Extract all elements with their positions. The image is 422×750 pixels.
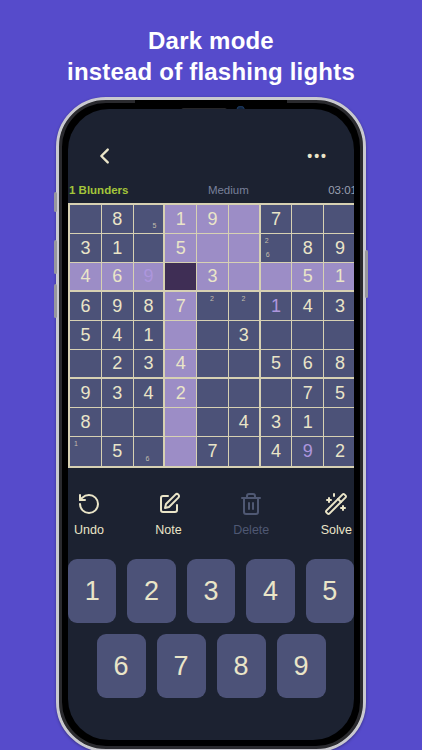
cell-r2c6[interactable] bbox=[229, 234, 261, 263]
cell-r6c5[interactable] bbox=[197, 350, 229, 379]
cell-r9c9[interactable]: 2 bbox=[324, 437, 354, 466]
cell-r1c1[interactable] bbox=[70, 205, 102, 234]
status-bar: 1 Blunders Medium 03:01 bbox=[68, 167, 354, 203]
cell-r7c3[interactable]: 4 bbox=[134, 379, 166, 408]
cell-r5c1[interactable]: 5 bbox=[70, 321, 102, 350]
cell-r5c2[interactable]: 4 bbox=[102, 321, 134, 350]
given-digit: 1 bbox=[112, 238, 122, 259]
chevron-left-icon bbox=[94, 145, 116, 167]
given-digit: 8 bbox=[112, 209, 122, 230]
solve-button[interactable]: Solve bbox=[321, 492, 352, 537]
difficulty-label: Medium bbox=[208, 184, 249, 196]
delete-label: Delete bbox=[233, 523, 269, 537]
cell-r3c5[interactable]: 3 bbox=[197, 263, 229, 292]
given-digit: 4 bbox=[303, 296, 313, 317]
cell-r8c7[interactable]: 3 bbox=[261, 408, 293, 437]
given-digit: 3 bbox=[239, 325, 249, 346]
given-digit: 6 bbox=[80, 296, 90, 317]
cell-r3c2[interactable]: 6 bbox=[102, 263, 134, 292]
given-digit: 7 bbox=[176, 296, 186, 317]
cell-r3c9[interactable]: 1 bbox=[324, 263, 354, 292]
trash-icon bbox=[239, 492, 263, 516]
cell-r1c7[interactable]: 7 bbox=[261, 205, 293, 234]
given-digit: 4 bbox=[271, 441, 281, 462]
cell-r7c7[interactable] bbox=[261, 379, 293, 408]
cell-r6c9[interactable]: 8 bbox=[324, 350, 354, 379]
given-digit: 4 bbox=[239, 412, 249, 433]
cell-r1c9[interactable] bbox=[324, 205, 354, 234]
numpad-row-2: 6789 bbox=[68, 634, 354, 698]
given-digit: 3 bbox=[112, 383, 122, 404]
cell-r2c3[interactable] bbox=[134, 234, 166, 263]
cell-r6c7[interactable]: 5 bbox=[261, 350, 293, 379]
cell-r2c5[interactable] bbox=[197, 234, 229, 263]
cell-r7c8[interactable]: 7 bbox=[292, 379, 324, 408]
note-button[interactable]: Note bbox=[155, 492, 181, 537]
cell-r6c4[interactable]: 4 bbox=[165, 350, 197, 379]
volume-down-button bbox=[54, 284, 57, 318]
cell-r4c1[interactable]: 6 bbox=[70, 292, 102, 321]
pencil-note: 1 bbox=[74, 440, 78, 447]
more-menu-icon[interactable]: ••• bbox=[307, 148, 328, 164]
cell-r4c4[interactable]: 7 bbox=[165, 292, 197, 321]
cell-r1c6[interactable] bbox=[229, 205, 261, 234]
cell-r3c7[interactable] bbox=[261, 263, 293, 292]
given-digit: 6 bbox=[303, 353, 313, 374]
given-digit: 4 bbox=[112, 325, 122, 346]
given-digit: 6 bbox=[112, 266, 122, 287]
undo-button[interactable]: Undo bbox=[74, 492, 104, 537]
cell-r5c4[interactable] bbox=[165, 321, 197, 350]
given-digit: 5 bbox=[303, 266, 313, 287]
given-digit: 3 bbox=[335, 296, 345, 317]
sudoku-grid: 8519731526894693516987221435413234568934… bbox=[68, 203, 354, 468]
user-digit: 9 bbox=[303, 441, 313, 462]
cell-r6c8[interactable]: 6 bbox=[292, 350, 324, 379]
given-digit: 8 bbox=[80, 412, 90, 433]
pencil-note: 6 bbox=[145, 455, 149, 462]
cell-r2c7[interactable]: 26 bbox=[261, 234, 293, 263]
solve-label: Solve bbox=[321, 523, 352, 537]
cell-r7c1[interactable]: 9 bbox=[70, 379, 102, 408]
cell-r1c8[interactable] bbox=[292, 205, 324, 234]
given-digit: 3 bbox=[271, 412, 281, 433]
numpad-key-7[interactable]: 7 bbox=[157, 634, 206, 698]
cell-r9c2[interactable]: 5 bbox=[102, 437, 134, 466]
cell-r2c4[interactable]: 5 bbox=[165, 234, 197, 263]
cell-r4c8[interactable]: 4 bbox=[292, 292, 324, 321]
cell-r5c6[interactable]: 3 bbox=[229, 321, 261, 350]
cell-r6c6[interactable] bbox=[229, 350, 261, 379]
given-digit: 7 bbox=[271, 209, 281, 230]
cell-r3c4[interactable] bbox=[165, 263, 197, 292]
cell-r7c4[interactable]: 2 bbox=[165, 379, 197, 408]
given-digit: 7 bbox=[207, 441, 217, 462]
cell-r7c2[interactable]: 3 bbox=[102, 379, 134, 408]
caption-line2: instead of flashing lights bbox=[0, 57, 422, 88]
given-digit: 5 bbox=[112, 441, 122, 462]
numpad-key-3[interactable]: 3 bbox=[187, 559, 235, 623]
given-digit: 9 bbox=[112, 296, 122, 317]
cell-r1c3[interactable]: 5 bbox=[134, 205, 166, 234]
cell-r4c3[interactable]: 8 bbox=[134, 292, 166, 321]
cell-r4c7[interactable]: 1 bbox=[261, 292, 293, 321]
cell-r8c4[interactable] bbox=[165, 408, 197, 437]
cell-r5c3[interactable]: 1 bbox=[134, 321, 166, 350]
given-digit: 9 bbox=[207, 209, 217, 230]
given-digit: 8 bbox=[303, 238, 313, 259]
given-digit: 9 bbox=[335, 238, 345, 259]
cell-r3c8[interactable]: 5 bbox=[292, 263, 324, 292]
given-digit: 2 bbox=[112, 353, 122, 374]
given-digit: 1 bbox=[335, 266, 345, 287]
undo-icon bbox=[77, 492, 101, 516]
cell-r4c5[interactable]: 2 bbox=[197, 292, 229, 321]
cell-r5c8[interactable] bbox=[292, 321, 324, 350]
magic-wand-icon bbox=[324, 492, 348, 516]
given-digit: 9 bbox=[80, 383, 90, 404]
numpad-key-8[interactable]: 8 bbox=[217, 634, 266, 698]
pencil-note: 5 bbox=[152, 222, 156, 229]
cell-r4c6[interactable]: 2 bbox=[229, 292, 261, 321]
cell-r4c2[interactable]: 9 bbox=[102, 292, 134, 321]
caption-line1: Dark mode bbox=[0, 26, 422, 57]
given-digit: 7 bbox=[303, 383, 313, 404]
undo-label: Undo bbox=[74, 523, 104, 537]
nav-bar: ••• bbox=[68, 109, 354, 167]
numpad-key-9[interactable]: 9 bbox=[277, 634, 326, 698]
cell-r6c1[interactable] bbox=[70, 350, 102, 379]
pencil-square-icon bbox=[157, 492, 181, 516]
app-screen: ••• 1 Blunders Medium 03:01 851973152689… bbox=[68, 109, 354, 740]
cell-r7c5[interactable] bbox=[197, 379, 229, 408]
cell-r2c2[interactable]: 1 bbox=[102, 234, 134, 263]
blunders-count: 1 Blunders bbox=[69, 184, 128, 196]
cell-r5c7[interactable] bbox=[261, 321, 293, 350]
user-digit: 1 bbox=[271, 296, 281, 317]
cell-r3c6[interactable] bbox=[229, 263, 261, 292]
numpad-key-1[interactable]: 1 bbox=[68, 559, 116, 623]
numpad: 12345 6789 bbox=[68, 559, 354, 698]
pencil-note: 6 bbox=[266, 251, 270, 258]
numpad-key-4[interactable]: 4 bbox=[246, 559, 294, 623]
given-digit: 3 bbox=[80, 238, 90, 259]
cell-r8c2[interactable] bbox=[102, 408, 134, 437]
given-digit: 4 bbox=[143, 383, 153, 404]
given-digit: 2 bbox=[176, 383, 186, 404]
cell-r9c1[interactable]: 1 bbox=[70, 437, 102, 466]
numpad-key-5[interactable]: 5 bbox=[306, 559, 354, 623]
cell-r1c4[interactable]: 1 bbox=[165, 205, 197, 234]
given-digit: 2 bbox=[335, 441, 345, 462]
cell-r9c8[interactable]: 9 bbox=[292, 437, 324, 466]
mute-switch bbox=[54, 192, 57, 212]
given-digit: 4 bbox=[80, 266, 90, 287]
given-digit: 5 bbox=[176, 238, 186, 259]
numpad-key-2[interactable]: 2 bbox=[127, 559, 175, 623]
power-button bbox=[365, 250, 368, 298]
cell-r3c3[interactable]: 9 bbox=[134, 263, 166, 292]
given-digit: 1 bbox=[176, 209, 186, 230]
cell-r5c9[interactable] bbox=[324, 321, 354, 350]
cell-r2c9[interactable]: 9 bbox=[324, 234, 354, 263]
cell-r8c9[interactable] bbox=[324, 408, 354, 437]
cell-r8c3[interactable] bbox=[134, 408, 166, 437]
given-digit: 5 bbox=[80, 325, 90, 346]
game-timer: 03:01 bbox=[328, 184, 354, 196]
phone-frame: ••• 1 Blunders Medium 03:01 851973152689… bbox=[56, 97, 366, 750]
cell-r9c4[interactable] bbox=[165, 437, 197, 466]
cell-r9c6[interactable] bbox=[229, 437, 261, 466]
cell-r6c2[interactable]: 2 bbox=[102, 350, 134, 379]
cell-r2c1[interactable]: 3 bbox=[70, 234, 102, 263]
cell-r7c9[interactable]: 5 bbox=[324, 379, 354, 408]
cell-r9c3[interactable]: 6 bbox=[134, 437, 166, 466]
pencil-note: 2 bbox=[265, 237, 269, 244]
given-digit: 5 bbox=[271, 353, 281, 374]
cell-r8c6[interactable]: 4 bbox=[229, 408, 261, 437]
cell-r1c2[interactable]: 8 bbox=[102, 205, 134, 234]
numpad-key-6[interactable]: 6 bbox=[97, 634, 146, 698]
delete-button[interactable]: Delete bbox=[233, 492, 269, 537]
marketing-caption: Dark mode instead of flashing lights bbox=[0, 26, 422, 87]
cell-r3c1[interactable]: 4 bbox=[70, 263, 102, 292]
given-digit: 5 bbox=[335, 383, 345, 404]
cell-r8c1[interactable]: 8 bbox=[70, 408, 102, 437]
volume-up-button bbox=[54, 240, 57, 274]
given-digit: 4 bbox=[176, 353, 186, 374]
pencil-note: 2 bbox=[241, 295, 245, 302]
given-digit: 3 bbox=[207, 266, 217, 287]
cell-r7c6[interactable] bbox=[229, 379, 261, 408]
cell-r2c8[interactable]: 8 bbox=[292, 234, 324, 263]
cell-r5c5[interactable] bbox=[197, 321, 229, 350]
cell-r6c3[interactable]: 3 bbox=[134, 350, 166, 379]
cell-r8c5[interactable] bbox=[197, 408, 229, 437]
cell-r4c9[interactable]: 3 bbox=[324, 292, 354, 321]
user-digit: 9 bbox=[143, 266, 153, 287]
given-digit: 1 bbox=[303, 412, 313, 433]
given-digit: 3 bbox=[143, 353, 153, 374]
numpad-row-1: 12345 bbox=[68, 559, 354, 623]
back-button[interactable] bbox=[94, 145, 116, 167]
pencil-note: 2 bbox=[210, 295, 214, 302]
given-digit: 8 bbox=[335, 353, 345, 374]
cell-r9c5[interactable]: 7 bbox=[197, 437, 229, 466]
cell-r9c7[interactable]: 4 bbox=[261, 437, 293, 466]
cell-r1c5[interactable]: 9 bbox=[197, 205, 229, 234]
toolbar: Undo Note Delete bbox=[68, 468, 354, 537]
note-label: Note bbox=[155, 523, 181, 537]
cell-r8c8[interactable]: 1 bbox=[292, 408, 324, 437]
given-digit: 1 bbox=[143, 325, 153, 346]
given-digit: 8 bbox=[143, 296, 153, 317]
